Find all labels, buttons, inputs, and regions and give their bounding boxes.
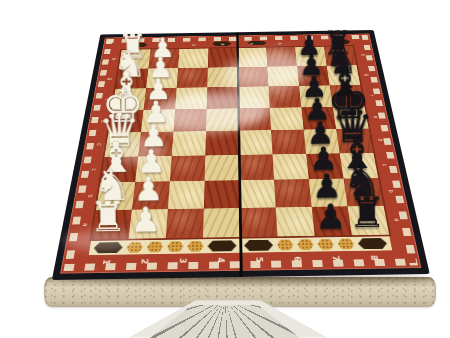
rank-label: 1 — [101, 259, 111, 265]
board-square[interactable] — [177, 67, 208, 87]
board-square[interactable] — [238, 66, 269, 86]
rank-label: 4 — [220, 43, 224, 45]
honeycomb-hex-icon — [297, 239, 314, 250]
honeycomb-hex-icon — [126, 242, 144, 253]
board-square[interactable] — [239, 154, 274, 180]
board-square[interactable] — [172, 131, 206, 156]
board-square[interactable] — [276, 206, 315, 236]
board-square[interactable] — [268, 86, 301, 108]
honeycomb-hex-icon — [146, 241, 163, 252]
rank-label: 4 — [216, 258, 225, 264]
board-square[interactable] — [170, 155, 205, 181]
board-square[interactable] — [266, 47, 297, 66]
board-square[interactable] — [240, 207, 278, 237]
honeycomb-hex-icon — [317, 239, 335, 250]
honeycomb-left-half — [89, 239, 241, 255]
board-square[interactable] — [208, 48, 238, 67]
board-square[interactable] — [207, 87, 239, 109]
board-tilt-wrapper: 12345678 12345678 hgfedcba hgfedcba ♜♞♝♚… — [0, 0, 450, 338]
piece-white-pawn[interactable]: ♟ — [130, 202, 161, 237]
piece-white-rook[interactable]: ♜ — [89, 195, 127, 237]
scene: 12345678 12345678 hgfedcba hgfedcba ♜♞♝♚… — [0, 0, 450, 338]
board-square[interactable] — [206, 108, 239, 131]
file-label: h — [359, 54, 365, 56]
piece-black-pawn[interactable]: ♟ — [315, 199, 346, 234]
board-square[interactable] — [239, 180, 275, 208]
piece-black-rook[interactable]: ♜ — [348, 191, 386, 233]
corner-hex-icon — [357, 238, 388, 249]
board-square[interactable] — [203, 208, 240, 238]
rank-label: 5 — [249, 43, 253, 45]
rank-label: 5 — [254, 257, 263, 263]
honeycomb-hex-icon — [187, 241, 204, 252]
board-square[interactable] — [207, 67, 238, 87]
rank-label: 3 — [177, 258, 186, 264]
board-square[interactable] — [205, 155, 240, 181]
board-square[interactable] — [239, 130, 273, 155]
board-square[interactable] — [273, 154, 309, 180]
honeycomb-hex-icon — [337, 238, 355, 249]
corner-hex-icon — [244, 240, 273, 251]
board-square[interactable] — [237, 48, 267, 67]
board-square[interactable] — [270, 107, 304, 130]
corner-hex-icon — [93, 242, 123, 253]
file-label: c — [381, 164, 388, 167]
honeycomb-right-half — [240, 236, 392, 252]
board-square[interactable] — [204, 180, 240, 208]
rank-label: 3 — [192, 44, 197, 46]
file-label: d — [376, 139, 383, 142]
rank-label: 6 — [278, 42, 283, 44]
board-square[interactable] — [166, 208, 204, 238]
board-square[interactable] — [238, 108, 271, 131]
rank-label: 6 — [292, 256, 301, 262]
file-label: a — [392, 218, 399, 221]
board-square[interactable] — [168, 181, 205, 209]
file-label: b — [386, 190, 393, 193]
board-square[interactable] — [267, 66, 299, 86]
corner-hex-icon — [207, 240, 236, 251]
rank-label: 7 — [330, 256, 339, 261]
honeycomb-hex-icon — [277, 239, 294, 250]
board-square[interactable] — [274, 179, 312, 207]
rank-label: 2 — [139, 259, 148, 265]
board-square[interactable] — [173, 109, 206, 132]
honeycomb-hex-icon — [167, 241, 184, 252]
board-square[interactable] — [205, 131, 239, 156]
board-square[interactable] — [178, 48, 208, 67]
board-square[interactable] — [175, 87, 207, 109]
file-label: a — [81, 223, 88, 226]
pieces-layer: ♜♞♝♚♛♝♞♜♟♟♟♟♟♟♟♟♟♟♟♟♟♟♟♟♜♞♝♚♛♝♞♜ — [0, 0, 447, 4]
board-square[interactable] — [238, 86, 270, 108]
rank-label: 8 — [368, 255, 378, 260]
board-square[interactable] — [271, 130, 306, 155]
